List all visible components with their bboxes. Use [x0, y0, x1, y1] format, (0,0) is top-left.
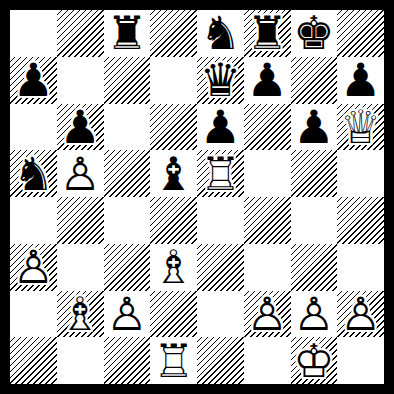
square-b4[interactable] [57, 197, 104, 244]
white-bishop-b2[interactable]: ♝♗ [57, 291, 104, 338]
white-piece-outline: ♙ [337, 291, 384, 338]
square-f8[interactable]: ♜ [244, 10, 291, 57]
square-d1[interactable]: ♜♖ [150, 337, 197, 384]
square-b6[interactable]: ♟ [57, 104, 104, 151]
square-c4[interactable] [104, 197, 151, 244]
square-c6[interactable] [104, 104, 151, 151]
white-piece-outline: ♖ [150, 337, 197, 384]
square-g8[interactable]: ♚ [291, 10, 338, 57]
square-a5[interactable]: ♞ [10, 150, 57, 197]
square-g3[interactable] [291, 244, 338, 291]
square-f7[interactable]: ♟ [244, 57, 291, 104]
white-pawn-f2[interactable]: ♟♙ [244, 291, 291, 338]
square-d2[interactable] [150, 291, 197, 338]
chess-board-frame: ♜♞♜♚♟♛♟♟♟♟♟♛♕♞♟♙♝♜♖♟♙♝♗♝♗♟♙♟♙♟♙♟♙♜♖♚♔ [0, 0, 394, 394]
square-h1[interactable] [337, 337, 384, 384]
square-h5[interactable] [337, 150, 384, 197]
square-d6[interactable] [150, 104, 197, 151]
black-knight-a5[interactable]: ♞ [10, 150, 57, 197]
black-queen-e7[interactable]: ♛ [197, 57, 244, 104]
white-piece-outline: ♕ [337, 104, 384, 151]
square-a1[interactable] [10, 337, 57, 384]
square-e3[interactable] [197, 244, 244, 291]
white-piece-outline: ♙ [10, 244, 57, 291]
square-f6[interactable] [244, 104, 291, 151]
square-f3[interactable] [244, 244, 291, 291]
white-piece-outline: ♙ [291, 291, 338, 338]
white-pawn-h2[interactable]: ♟♙ [337, 291, 384, 338]
square-d4[interactable] [150, 197, 197, 244]
square-d7[interactable] [150, 57, 197, 104]
square-d5[interactable]: ♝ [150, 150, 197, 197]
white-piece-outline: ♙ [104, 291, 151, 338]
square-b2[interactable]: ♝♗ [57, 291, 104, 338]
square-f1[interactable] [244, 337, 291, 384]
square-h4[interactable] [337, 197, 384, 244]
white-pawn-a3[interactable]: ♟♙ [10, 244, 57, 291]
white-piece-outline: ♙ [244, 291, 291, 338]
black-bishop-d5[interactable]: ♝ [150, 150, 197, 197]
black-rook-c8[interactable]: ♜ [104, 10, 151, 57]
square-a3[interactable]: ♟♙ [10, 244, 57, 291]
square-g5[interactable] [291, 150, 338, 197]
square-a2[interactable] [10, 291, 57, 338]
square-e1[interactable] [197, 337, 244, 384]
chess-board: ♜♞♜♚♟♛♟♟♟♟♟♛♕♞♟♙♝♜♖♟♙♝♗♝♗♟♙♟♙♟♙♟♙♜♖♚♔ [10, 10, 384, 384]
square-f2[interactable]: ♟♙ [244, 291, 291, 338]
white-pawn-c2[interactable]: ♟♙ [104, 291, 151, 338]
square-c2[interactable]: ♟♙ [104, 291, 151, 338]
square-h8[interactable] [337, 10, 384, 57]
black-king-g8[interactable]: ♚ [291, 10, 338, 57]
square-b8[interactable] [57, 10, 104, 57]
white-piece-outline: ♗ [57, 291, 104, 338]
white-rook-e5[interactable]: ♜♖ [197, 150, 244, 197]
square-a6[interactable] [10, 104, 57, 151]
square-e4[interactable] [197, 197, 244, 244]
square-h2[interactable]: ♟♙ [337, 291, 384, 338]
square-h3[interactable] [337, 244, 384, 291]
white-pawn-b5[interactable]: ♟♙ [57, 150, 104, 197]
white-piece-outline: ♙ [57, 150, 104, 197]
square-a7[interactable]: ♟ [10, 57, 57, 104]
square-e7[interactable]: ♛ [197, 57, 244, 104]
black-rook-f8[interactable]: ♜ [244, 10, 291, 57]
white-queen-h6[interactable]: ♛♕ [337, 104, 384, 151]
black-pawn-b6[interactable]: ♟ [57, 104, 104, 151]
square-c3[interactable] [104, 244, 151, 291]
black-pawn-f7[interactable]: ♟ [244, 57, 291, 104]
white-king-g1[interactable]: ♚♔ [291, 337, 338, 384]
white-bishop-d3[interactable]: ♝♗ [150, 244, 197, 291]
square-g2[interactable]: ♟♙ [291, 291, 338, 338]
square-h7[interactable]: ♟ [337, 57, 384, 104]
square-a8[interactable] [10, 10, 57, 57]
square-f5[interactable] [244, 150, 291, 197]
square-c1[interactable] [104, 337, 151, 384]
square-a4[interactable] [10, 197, 57, 244]
square-e5[interactable]: ♜♖ [197, 150, 244, 197]
square-e8[interactable]: ♞ [197, 10, 244, 57]
square-c8[interactable]: ♜ [104, 10, 151, 57]
square-b7[interactable] [57, 57, 104, 104]
square-g1[interactable]: ♚♔ [291, 337, 338, 384]
square-b5[interactable]: ♟♙ [57, 150, 104, 197]
square-b1[interactable] [57, 337, 104, 384]
square-g6[interactable]: ♟ [291, 104, 338, 151]
square-e2[interactable] [197, 291, 244, 338]
square-f4[interactable] [244, 197, 291, 244]
white-rook-d1[interactable]: ♜♖ [150, 337, 197, 384]
white-piece-outline: ♗ [150, 244, 197, 291]
square-e6[interactable]: ♟ [197, 104, 244, 151]
white-piece-outline: ♔ [291, 337, 338, 384]
square-g4[interactable] [291, 197, 338, 244]
square-c5[interactable] [104, 150, 151, 197]
black-pawn-e6[interactable]: ♟ [197, 104, 244, 151]
black-pawn-g6[interactable]: ♟ [291, 104, 338, 151]
square-b3[interactable] [57, 244, 104, 291]
black-pawn-a7[interactable]: ♟ [10, 57, 57, 104]
square-d3[interactable]: ♝♗ [150, 244, 197, 291]
square-c7[interactable] [104, 57, 151, 104]
square-d8[interactable] [150, 10, 197, 57]
white-piece-outline: ♖ [197, 150, 244, 197]
square-h6[interactable]: ♛♕ [337, 104, 384, 151]
white-pawn-g2[interactable]: ♟♙ [291, 291, 338, 338]
square-g7[interactable] [291, 57, 338, 104]
black-knight-e8[interactable]: ♞ [197, 10, 244, 57]
black-pawn-h7[interactable]: ♟ [337, 57, 384, 104]
